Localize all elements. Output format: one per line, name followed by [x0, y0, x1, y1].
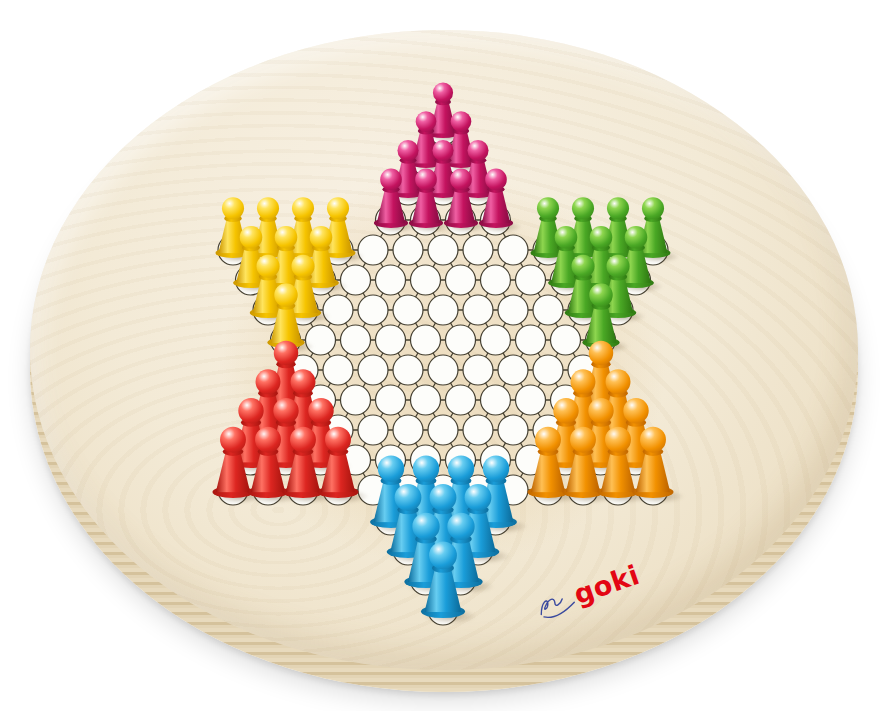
peg-head: [274, 283, 298, 307]
peg-body: [216, 453, 251, 493]
peg-head: [447, 455, 473, 481]
peg-magenta[interactable]: [408, 169, 444, 228]
peg-body: [566, 453, 601, 493]
peg-head: [256, 255, 279, 278]
peg-magenta[interactable]: [373, 169, 409, 228]
peg-head: [292, 197, 314, 219]
peg-head: [589, 283, 613, 307]
peg-head: [537, 197, 559, 219]
peg-body: [636, 453, 671, 493]
peg-green[interactable]: [581, 283, 620, 348]
peg-body: [251, 453, 286, 493]
peg-body: [321, 453, 356, 493]
product-photo: goki: [0, 0, 886, 711]
peg-head: [485, 169, 507, 191]
peg-head: [412, 455, 438, 481]
peg-head: [553, 398, 578, 423]
peg-head: [309, 226, 332, 249]
peg-head: [308, 398, 333, 423]
peg-head: [450, 111, 471, 132]
peg-head: [623, 398, 648, 423]
peg-head: [380, 169, 402, 191]
peg-head: [465, 484, 492, 511]
peg-head: [257, 197, 279, 219]
peg-head: [642, 197, 664, 219]
peg-head: [572, 197, 594, 219]
peg-head: [291, 255, 314, 278]
peg-head: [327, 197, 349, 219]
peg-head: [535, 427, 561, 453]
peg-head: [607, 197, 629, 219]
peg-head: [571, 255, 594, 278]
peg-head: [588, 398, 613, 423]
peg-head: [238, 398, 263, 423]
peg-head: [256, 369, 281, 394]
peg-body: [481, 190, 510, 223]
peg-head: [429, 541, 457, 569]
peg-head: [290, 427, 316, 453]
peg-orange[interactable]: [631, 427, 674, 498]
peg-red[interactable]: [316, 427, 359, 498]
peg-head: [571, 369, 596, 394]
peg-head: [624, 226, 647, 249]
peg-body: [446, 190, 475, 223]
peg-head: [606, 255, 629, 278]
peg-head: [467, 140, 488, 161]
peg-head: [588, 341, 612, 365]
peg-head: [482, 455, 508, 481]
peg-head: [377, 455, 403, 481]
peg-head: [605, 427, 631, 453]
peg-head: [554, 226, 577, 249]
peg-head: [415, 111, 436, 132]
peg-head: [415, 169, 437, 191]
peg-magenta[interactable]: [443, 169, 479, 228]
peg-head: [433, 83, 453, 103]
peg-body: [601, 453, 636, 493]
pegs-layer: [0, 0, 886, 711]
peg-head: [447, 513, 474, 540]
peg-head: [273, 341, 297, 365]
peg-head: [273, 398, 298, 423]
peg-head: [222, 197, 244, 219]
peg-body: [376, 190, 405, 223]
peg-magenta[interactable]: [478, 169, 514, 228]
peg-head: [432, 140, 453, 161]
peg-body: [424, 569, 461, 612]
peg-head: [450, 169, 472, 191]
peg-body: [286, 453, 321, 493]
peg-head: [589, 226, 612, 249]
peg-head: [570, 427, 596, 453]
peg-blue[interactable]: [420, 541, 466, 618]
peg-head: [291, 369, 316, 394]
peg-head: [397, 140, 418, 161]
peg-head: [274, 226, 297, 249]
peg-body: [411, 190, 440, 223]
peg-head: [255, 427, 281, 453]
peg-yellow[interactable]: [266, 283, 305, 348]
peg-body: [585, 307, 616, 343]
peg-head: [239, 226, 262, 249]
peg-body: [531, 453, 566, 493]
peg-body: [270, 307, 301, 343]
peg-head: [606, 369, 631, 394]
peg-head: [640, 427, 666, 453]
peg-head: [412, 513, 439, 540]
peg-head: [430, 484, 457, 511]
peg-head: [220, 427, 246, 453]
peg-head: [395, 484, 422, 511]
peg-head: [325, 427, 351, 453]
